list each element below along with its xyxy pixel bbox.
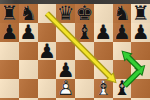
piece-black-queen-d8[interactable]: ♛ <box>56 4 75 23</box>
square-h6[interactable] <box>131 42 150 61</box>
white-pawn-icon: ♙ <box>56 79 75 98</box>
piece-black-pawn-f7[interactable]: ♟ <box>94 23 113 42</box>
square-c6[interactable]: ♟ <box>38 42 57 61</box>
square-d3[interactable] <box>56 98 75 100</box>
piece-black-bishop-g4[interactable]: ♝ <box>113 79 132 98</box>
square-e5[interactable] <box>75 60 94 79</box>
piece-black-pawn-c6[interactable]: ♟ <box>38 42 57 61</box>
square-e3[interactable] <box>75 98 94 100</box>
square-h3[interactable] <box>131 98 150 100</box>
chess-board: ♜♞♛♚♞♜♟♟♝♟♟♟♟♟♟♙♝♗♝ <box>0 4 150 100</box>
square-d8[interactable]: ♛ <box>56 4 75 23</box>
black-pawn-icon: ♟ <box>19 23 38 42</box>
square-b7[interactable]: ♟ <box>19 23 38 42</box>
square-h4[interactable] <box>131 79 150 98</box>
square-b3[interactable] <box>19 98 38 100</box>
black-pawn-icon: ♟ <box>131 23 150 42</box>
piece-black-bishop-e7[interactable]: ♝ <box>75 23 94 42</box>
piece-white-pawn-d4[interactable]: ♟♙ <box>56 79 75 98</box>
black-pawn-icon: ♟ <box>94 23 113 42</box>
square-c8[interactable] <box>38 4 57 23</box>
square-e4[interactable] <box>75 79 94 98</box>
square-d7[interactable] <box>56 23 75 42</box>
piece-black-pawn-g7[interactable]: ♟ <box>113 23 132 42</box>
piece-black-pawn-b7[interactable]: ♟ <box>19 23 38 42</box>
square-b6[interactable] <box>19 42 38 61</box>
square-g3[interactable] <box>113 98 132 100</box>
piece-black-pawn-h7[interactable]: ♟ <box>131 23 150 42</box>
piece-black-pawn-a7[interactable]: ♟ <box>0 23 19 42</box>
black-pawn-icon: ♟ <box>113 23 132 42</box>
chess-app-window: ♜♞♛♚♞♜♟♟♝♟♟♟♟♟♟♙♝♗♝ <box>0 0 150 100</box>
square-c3[interactable] <box>38 98 57 100</box>
piece-white-bishop-f4[interactable]: ♝♗ <box>94 79 113 98</box>
square-f6[interactable] <box>94 42 113 61</box>
square-g6[interactable] <box>113 42 132 61</box>
white-bishop-icon: ♗ <box>94 79 113 98</box>
square-h5[interactable] <box>131 60 150 79</box>
square-b4[interactable] <box>19 79 38 98</box>
black-pawn-icon: ♟ <box>0 23 19 42</box>
black-bishop-icon: ♝ <box>113 79 132 98</box>
square-g7[interactable]: ♟ <box>113 23 132 42</box>
square-c4[interactable] <box>38 79 57 98</box>
black-pawn-icon: ♟ <box>38 42 57 61</box>
square-a6[interactable] <box>0 42 19 61</box>
square-b5[interactable] <box>19 60 38 79</box>
square-e7[interactable]: ♝ <box>75 23 94 42</box>
square-a4[interactable] <box>0 79 19 98</box>
square-f3[interactable] <box>94 98 113 100</box>
square-e6[interactable] <box>75 42 94 61</box>
black-bishop-icon: ♝ <box>75 23 94 42</box>
square-c5[interactable] <box>38 60 57 79</box>
square-f4[interactable]: ♝♗ <box>94 79 113 98</box>
square-a7[interactable]: ♟ <box>0 23 19 42</box>
square-h7[interactable]: ♟ <box>131 23 150 42</box>
square-g4[interactable]: ♝ <box>113 79 132 98</box>
square-a3[interactable] <box>0 98 19 100</box>
square-d4[interactable]: ♟♙ <box>56 79 75 98</box>
black-queen-icon: ♛ <box>56 4 75 23</box>
square-a5[interactable] <box>0 60 19 79</box>
square-f7[interactable]: ♟ <box>94 23 113 42</box>
